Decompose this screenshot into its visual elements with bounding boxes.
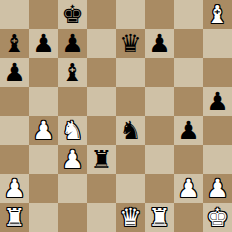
piece-black-bishop[interactable]: ♝ bbox=[3, 29, 25, 58]
piece-black-pawn[interactable]: ♟ bbox=[148, 29, 170, 58]
square-g8[interactable] bbox=[174, 0, 203, 29]
square-e7[interactable]: ♛ bbox=[116, 29, 145, 58]
square-d6[interactable] bbox=[87, 58, 116, 87]
piece-black-bishop[interactable]: ♝ bbox=[61, 58, 83, 87]
square-e8[interactable] bbox=[116, 0, 145, 29]
square-h8[interactable]: ♝ bbox=[203, 0, 232, 29]
piece-white-queen[interactable]: ♛ bbox=[119, 203, 141, 232]
square-b7[interactable]: ♟ bbox=[29, 29, 58, 58]
square-e3[interactable] bbox=[116, 145, 145, 174]
square-g6[interactable] bbox=[174, 58, 203, 87]
square-d4[interactable] bbox=[87, 116, 116, 145]
square-f2[interactable] bbox=[145, 174, 174, 203]
square-c8[interactable]: ♚ bbox=[58, 0, 87, 29]
square-f6[interactable] bbox=[145, 58, 174, 87]
square-f1[interactable]: ♜ bbox=[145, 203, 174, 232]
chess-board: ♚♝♝♟♟♛♟♟♝♟♟♞♞♟♟♜♟♟♟♜♛♜♚ bbox=[0, 0, 232, 232]
piece-white-rook[interactable]: ♜ bbox=[148, 203, 170, 232]
square-c3[interactable]: ♟ bbox=[58, 145, 87, 174]
piece-black-pawn[interactable]: ♟ bbox=[3, 58, 25, 87]
square-c1[interactable] bbox=[58, 203, 87, 232]
square-b8[interactable] bbox=[29, 0, 58, 29]
square-b5[interactable] bbox=[29, 87, 58, 116]
piece-black-queen[interactable]: ♛ bbox=[119, 29, 141, 58]
square-e2[interactable] bbox=[116, 174, 145, 203]
square-c2[interactable] bbox=[58, 174, 87, 203]
square-f5[interactable] bbox=[145, 87, 174, 116]
square-e6[interactable] bbox=[116, 58, 145, 87]
square-h6[interactable] bbox=[203, 58, 232, 87]
square-f8[interactable] bbox=[145, 0, 174, 29]
square-h5[interactable]: ♟ bbox=[203, 87, 232, 116]
square-h4[interactable] bbox=[203, 116, 232, 145]
square-g2[interactable]: ♟ bbox=[174, 174, 203, 203]
piece-black-pawn[interactable]: ♟ bbox=[206, 87, 228, 116]
piece-white-pawn[interactable]: ♟ bbox=[3, 174, 25, 203]
square-g5[interactable] bbox=[174, 87, 203, 116]
square-e4[interactable]: ♞ bbox=[116, 116, 145, 145]
square-e5[interactable] bbox=[116, 87, 145, 116]
piece-white-pawn[interactable]: ♟ bbox=[32, 116, 54, 145]
square-b2[interactable] bbox=[29, 174, 58, 203]
square-a6[interactable]: ♟ bbox=[0, 58, 29, 87]
piece-white-rook[interactable]: ♜ bbox=[3, 203, 25, 232]
square-b6[interactable] bbox=[29, 58, 58, 87]
square-c5[interactable] bbox=[58, 87, 87, 116]
square-a5[interactable] bbox=[0, 87, 29, 116]
piece-black-knight[interactable]: ♞ bbox=[119, 116, 141, 145]
square-h7[interactable] bbox=[203, 29, 232, 58]
square-f3[interactable] bbox=[145, 145, 174, 174]
square-d3[interactable]: ♜ bbox=[87, 145, 116, 174]
piece-white-bishop[interactable]: ♝ bbox=[206, 0, 228, 29]
square-a3[interactable] bbox=[0, 145, 29, 174]
square-f4[interactable] bbox=[145, 116, 174, 145]
piece-white-pawn[interactable]: ♟ bbox=[61, 145, 83, 174]
square-g7[interactable] bbox=[174, 29, 203, 58]
piece-white-king[interactable]: ♚ bbox=[206, 203, 228, 232]
piece-white-knight[interactable]: ♞ bbox=[61, 116, 83, 145]
square-d7[interactable] bbox=[87, 29, 116, 58]
square-b4[interactable]: ♟ bbox=[29, 116, 58, 145]
square-h3[interactable] bbox=[203, 145, 232, 174]
square-g4[interactable]: ♟ bbox=[174, 116, 203, 145]
square-a1[interactable]: ♜ bbox=[0, 203, 29, 232]
piece-black-pawn[interactable]: ♟ bbox=[61, 29, 83, 58]
square-c6[interactable]: ♝ bbox=[58, 58, 87, 87]
square-h1[interactable]: ♚ bbox=[203, 203, 232, 232]
square-d8[interactable] bbox=[87, 0, 116, 29]
piece-white-pawn[interactable]: ♟ bbox=[177, 174, 199, 203]
square-d2[interactable] bbox=[87, 174, 116, 203]
piece-black-rook[interactable]: ♜ bbox=[90, 145, 112, 174]
square-c4[interactable]: ♞ bbox=[58, 116, 87, 145]
piece-white-pawn[interactable]: ♟ bbox=[206, 174, 228, 203]
square-e1[interactable]: ♛ bbox=[116, 203, 145, 232]
square-a7[interactable]: ♝ bbox=[0, 29, 29, 58]
square-a8[interactable] bbox=[0, 0, 29, 29]
piece-black-king[interactable]: ♚ bbox=[61, 0, 83, 29]
square-d1[interactable] bbox=[87, 203, 116, 232]
square-f7[interactable]: ♟ bbox=[145, 29, 174, 58]
square-b3[interactable] bbox=[29, 145, 58, 174]
square-b1[interactable] bbox=[29, 203, 58, 232]
square-g1[interactable] bbox=[174, 203, 203, 232]
piece-black-pawn[interactable]: ♟ bbox=[32, 29, 54, 58]
square-c7[interactable]: ♟ bbox=[58, 29, 87, 58]
square-a2[interactable]: ♟ bbox=[0, 174, 29, 203]
piece-black-pawn[interactable]: ♟ bbox=[177, 116, 199, 145]
square-g3[interactable] bbox=[174, 145, 203, 174]
square-a4[interactable] bbox=[0, 116, 29, 145]
square-d5[interactable] bbox=[87, 87, 116, 116]
square-h2[interactable]: ♟ bbox=[203, 174, 232, 203]
